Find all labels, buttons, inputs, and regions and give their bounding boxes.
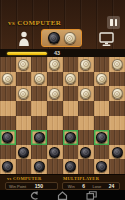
board-square-1-5[interactable] <box>78 72 94 87</box>
white-piece[interactable] <box>96 73 107 84</box>
board-square-6-7[interactable] <box>109 145 125 160</box>
white-piece[interactable] <box>34 73 45 84</box>
white-piece[interactable] <box>112 88 123 99</box>
board-square-2-3[interactable] <box>47 86 63 101</box>
board-square-7-3[interactable] <box>47 159 63 174</box>
board-square-3-6[interactable] <box>94 101 110 116</box>
timer-value: 43 <box>54 50 60 56</box>
board-square-2-2[interactable] <box>31 86 47 101</box>
board-square-0-3[interactable] <box>47 57 63 72</box>
white-piece[interactable] <box>2 73 13 84</box>
board-square-2-7[interactable] <box>109 86 125 101</box>
board-square-0-0[interactable] <box>0 57 16 72</box>
board-square-6-5[interactable] <box>78 145 94 160</box>
win-value: 6 <box>82 183 85 189</box>
board-square-1-4[interactable] <box>63 72 79 87</box>
board-square-7-0[interactable] <box>0 159 16 174</box>
board-square-0-4[interactable] <box>63 57 79 72</box>
timer-fill <box>7 52 47 55</box>
white-piece <box>64 32 76 44</box>
board-square-4-1[interactable] <box>16 116 32 131</box>
white-piece[interactable] <box>65 73 76 84</box>
board <box>0 57 125 174</box>
win-label: Win <box>68 184 75 189</box>
board-square-7-1[interactable] <box>16 159 32 174</box>
board-square-2-4[interactable] <box>63 86 79 101</box>
board-square-4-4[interactable] <box>63 116 79 131</box>
board-square-2-5[interactable] <box>78 86 94 101</box>
win-point-label: Win Point <box>9 184 26 189</box>
home-button[interactable] <box>57 191 69 200</box>
board-square-0-2[interactable] <box>31 57 47 72</box>
board-square-4-7[interactable] <box>109 116 125 131</box>
white-piece[interactable] <box>18 88 29 99</box>
board-square-6-0[interactable] <box>0 145 16 160</box>
board-square-1-0[interactable] <box>0 72 16 87</box>
turn-indicator <box>41 29 82 47</box>
board-square-5-2[interactable] <box>31 130 47 145</box>
white-piece[interactable] <box>112 59 123 70</box>
android-nav-bar <box>0 190 125 200</box>
lose-value: 24 <box>109 183 115 189</box>
board-square-3-5[interactable] <box>78 101 94 116</box>
home-icon <box>57 191 68 200</box>
board-square-0-7[interactable] <box>109 57 125 72</box>
board-square-5-5[interactable] <box>78 130 94 145</box>
win-point-value: 150 <box>35 183 43 189</box>
board-square-6-6[interactable] <box>94 145 110 160</box>
checkers-app: vs COMPUTER 43 vs COMPUTER MULTIPLAYER <box>0 0 125 200</box>
board-square-4-5[interactable] <box>78 116 94 131</box>
board-square-3-0[interactable] <box>0 101 16 116</box>
board-square-3-7[interactable] <box>109 101 125 116</box>
pause-button[interactable] <box>107 16 120 29</box>
board-square-1-3[interactable] <box>47 72 63 87</box>
board-square-2-1[interactable] <box>16 86 32 101</box>
board-square-5-7[interactable] <box>109 130 125 145</box>
page-title: vs COMPUTER <box>8 19 61 27</box>
recents-button[interactable] <box>86 191 98 200</box>
white-piece[interactable] <box>80 59 91 70</box>
board-square-7-6[interactable] <box>94 159 110 174</box>
board-square-0-6[interactable] <box>94 57 110 72</box>
board-square-5-0[interactable] <box>0 130 16 145</box>
vs-computer-heading: vs COMPUTER <box>7 176 42 181</box>
white-piece[interactable] <box>49 59 60 70</box>
multiplayer-record-box: Win 6 Lose 24 <box>62 182 120 190</box>
white-piece[interactable] <box>80 88 91 99</box>
back-icon <box>28 191 39 200</box>
board-square-7-7[interactable] <box>109 159 125 174</box>
board-square-5-4[interactable] <box>63 130 79 145</box>
lose-label: Lose <box>92 184 101 189</box>
board-square-1-6[interactable] <box>94 72 110 87</box>
board-square-5-6[interactable] <box>94 130 110 145</box>
board-square-4-0[interactable] <box>0 116 16 131</box>
multiplayer-heading: MULTIPLAYER <box>63 176 99 181</box>
board-square-0-1[interactable] <box>16 57 32 72</box>
black-piece[interactable] <box>34 161 45 172</box>
board-square-7-4[interactable] <box>63 159 79 174</box>
board-square-7-2[interactable] <box>31 159 47 174</box>
board-square-6-2[interactable] <box>31 145 47 160</box>
black-piece <box>48 32 60 44</box>
black-piece[interactable] <box>96 132 107 143</box>
board-square-5-1[interactable] <box>16 130 32 145</box>
black-piece[interactable] <box>49 147 60 158</box>
timer-track <box>7 52 118 55</box>
board-square-6-1[interactable] <box>16 145 32 160</box>
board-square-4-6[interactable] <box>94 116 110 131</box>
board-square-2-0[interactable] <box>0 86 16 101</box>
board-square-1-7[interactable] <box>109 72 125 87</box>
black-piece[interactable] <box>80 147 91 158</box>
pause-icon <box>110 19 117 26</box>
board-square-1-2[interactable] <box>31 72 47 87</box>
board-square-1-1[interactable] <box>16 72 32 87</box>
board-square-7-5[interactable] <box>78 159 94 174</box>
board-square-3-3[interactable] <box>47 101 63 116</box>
black-piece[interactable] <box>65 161 76 172</box>
person-icon <box>18 31 30 51</box>
board-square-4-3[interactable] <box>47 116 63 131</box>
white-piece[interactable] <box>18 59 29 70</box>
black-piece[interactable] <box>2 161 13 172</box>
recents-icon <box>86 191 97 200</box>
white-piece[interactable] <box>49 88 60 99</box>
board-square-3-2[interactable] <box>31 101 47 116</box>
board-square-6-4[interactable] <box>63 145 79 160</box>
board-square-3-1[interactable] <box>16 101 32 116</box>
stats-panel: vs COMPUTER MULTIPLAYER Win Point 150 Wi… <box>0 174 125 190</box>
black-piece[interactable] <box>18 147 29 158</box>
timer-strip: 43 <box>0 49 125 57</box>
black-piece[interactable] <box>112 147 123 158</box>
board-square-5-3[interactable] <box>47 130 63 145</box>
board-square-2-6[interactable] <box>94 86 110 101</box>
back-button[interactable] <box>28 191 40 200</box>
black-piece[interactable] <box>65 132 76 143</box>
win-point-box: Win Point 150 <box>5 182 58 190</box>
black-piece[interactable] <box>96 161 107 172</box>
board-square-3-4[interactable] <box>63 101 79 116</box>
board-square-4-2[interactable] <box>31 116 47 131</box>
board-square-0-5[interactable] <box>78 57 94 72</box>
black-piece[interactable] <box>2 132 13 143</box>
board-square-6-3[interactable] <box>47 145 63 160</box>
black-piece[interactable] <box>34 132 45 143</box>
